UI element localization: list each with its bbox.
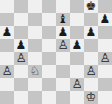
square-h7[interactable]: ♟ <box>98 13 112 26</box>
chess-board: ♚♝♟♟♟♟♟♙♟♙♙♙♘♙♙♔ <box>0 0 112 104</box>
piece-white-pawn[interactable]: ♙ <box>72 78 83 91</box>
square-f4[interactable] <box>70 52 84 65</box>
square-h6[interactable] <box>98 26 112 39</box>
piece-white-pawn[interactable]: ♙ <box>86 65 97 78</box>
square-b3[interactable] <box>14 65 28 78</box>
square-a8[interactable] <box>0 0 14 13</box>
square-g5[interactable] <box>84 39 98 52</box>
square-a1[interactable] <box>0 91 14 104</box>
square-d3[interactable] <box>42 65 56 78</box>
square-g6[interactable]: ♟ <box>84 26 98 39</box>
square-a6[interactable]: ♟ <box>0 26 14 39</box>
square-e2[interactable] <box>56 78 70 91</box>
piece-black-pawn[interactable]: ♟ <box>2 26 13 39</box>
piece-white-pawn[interactable]: ♙ <box>58 39 69 52</box>
piece-white-king[interactable]: ♔ <box>86 91 97 104</box>
square-d1[interactable] <box>42 91 56 104</box>
square-f5[interactable]: ♟ <box>70 39 84 52</box>
square-d8[interactable] <box>42 0 56 13</box>
piece-black-pawn[interactable]: ♟ <box>72 39 83 52</box>
chess-board-wrapper: ♚♝♟♟♟♟♟♙♟♙♙♙♘♙♙♔ <box>0 0 112 104</box>
square-h1[interactable] <box>98 91 112 104</box>
square-e4[interactable] <box>56 52 70 65</box>
square-b2[interactable] <box>14 78 28 91</box>
piece-white-knight[interactable]: ♘ <box>30 65 41 78</box>
square-c1[interactable] <box>28 91 42 104</box>
square-h4[interactable]: ♙ <box>98 52 112 65</box>
square-a3[interactable]: ♙ <box>0 65 14 78</box>
square-g3[interactable]: ♙ <box>84 65 98 78</box>
square-f8[interactable] <box>70 0 84 13</box>
piece-white-pawn[interactable]: ♙ <box>100 52 111 65</box>
square-b8[interactable] <box>14 0 28 13</box>
square-c5[interactable] <box>28 39 42 52</box>
square-c6[interactable] <box>28 26 42 39</box>
square-b1[interactable] <box>14 91 28 104</box>
square-c7[interactable] <box>28 13 42 26</box>
square-d5[interactable] <box>42 39 56 52</box>
square-b4[interactable]: ♙ <box>14 52 28 65</box>
piece-white-pawn[interactable]: ♙ <box>16 52 27 65</box>
piece-black-king[interactable]: ♚ <box>86 0 97 13</box>
piece-black-pawn[interactable]: ♟ <box>86 26 97 39</box>
square-c3[interactable]: ♘ <box>28 65 42 78</box>
square-f1[interactable] <box>70 91 84 104</box>
square-d6[interactable] <box>42 26 56 39</box>
square-a2[interactable] <box>0 78 14 91</box>
square-b7[interactable] <box>14 13 28 26</box>
square-e5[interactable]: ♙ <box>56 39 70 52</box>
square-a5[interactable] <box>0 39 14 52</box>
square-g1[interactable]: ♔ <box>84 91 98 104</box>
square-e3[interactable] <box>56 65 70 78</box>
square-g8[interactable]: ♚ <box>84 0 98 13</box>
square-f2[interactable]: ♙ <box>70 78 84 91</box>
square-c8[interactable] <box>28 0 42 13</box>
square-h3[interactable] <box>98 65 112 78</box>
square-d2[interactable] <box>42 78 56 91</box>
piece-black-pawn[interactable]: ♟ <box>100 13 111 26</box>
square-e1[interactable] <box>56 91 70 104</box>
square-f7[interactable] <box>70 13 84 26</box>
square-d4[interactable] <box>42 52 56 65</box>
square-d7[interactable] <box>42 13 56 26</box>
square-c2[interactable] <box>28 78 42 91</box>
square-h2[interactable] <box>98 78 112 91</box>
piece-white-pawn[interactable]: ♙ <box>2 65 13 78</box>
